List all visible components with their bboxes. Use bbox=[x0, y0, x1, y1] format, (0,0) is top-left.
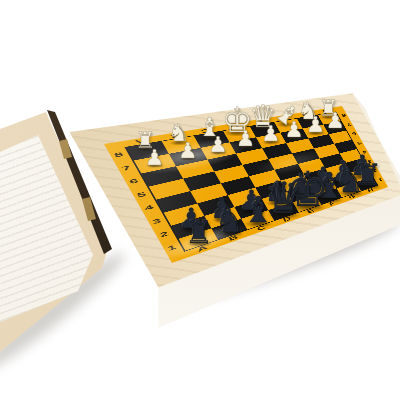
coord-file-B-top: B bbox=[169, 132, 181, 138]
travel-chess-set-photo: 1122334455667788AABBCCDDEEFFGGHH ♜♞♝♚♛♝♞… bbox=[0, 0, 400, 400]
coord-file-D-top: D bbox=[229, 123, 239, 129]
coord-file-F-top: F bbox=[279, 115, 287, 120]
coord-file-H-top: H bbox=[321, 109, 329, 114]
